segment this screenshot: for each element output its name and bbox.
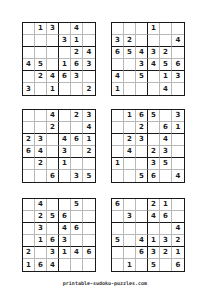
cell-r2c6: 4 — [83, 122, 95, 134]
cell-r6c5: 3 — [71, 170, 83, 182]
cell-r6c2 — [35, 83, 47, 95]
cell-r6c1: 3 — [23, 83, 35, 95]
cell-r4c6: 2 — [172, 235, 184, 247]
cell-r2c6: 1 — [172, 122, 184, 134]
cell-r3c5: 2 — [71, 47, 83, 59]
cell-r1c4: 1 — [148, 23, 160, 35]
cell-r1c1 — [112, 110, 124, 122]
grid-row-3: 4525634616323146164 6213464541326321156 — [22, 198, 185, 272]
cell-r4c5: 6 — [71, 59, 83, 71]
cell-r5c3: 6 — [136, 247, 148, 259]
cell-r1c4 — [59, 199, 71, 211]
cell-r4c6 — [83, 235, 95, 247]
cell-r2c2: 2 — [124, 35, 136, 47]
cell-r4c6: 6 — [172, 59, 184, 71]
cell-r3c1 — [112, 223, 124, 235]
cell-r3c6 — [83, 223, 95, 235]
cell-r5c3: 4 — [47, 71, 59, 83]
cell-r6c2 — [124, 170, 136, 182]
cell-r6c3 — [136, 83, 148, 95]
cell-r2c2 — [124, 122, 136, 134]
cell-r1c3: 3 — [47, 23, 59, 35]
sudoku-board-4: 1653261234423135564 — [111, 109, 185, 183]
cell-r3c4: 4 — [59, 134, 71, 146]
cell-r3c5: 2 — [160, 47, 172, 59]
cell-r1c4 — [59, 23, 71, 35]
cell-r3c2 — [124, 223, 136, 235]
cell-r1c1 — [23, 23, 35, 35]
cell-r2c3: 2 — [47, 122, 59, 134]
cell-r2c5: 1 — [71, 35, 83, 47]
cell-r2c3: 2 — [136, 122, 148, 134]
cell-r1c3 — [47, 199, 59, 211]
puzzle-grid-area: 1343124451632463312 1324654323456451314 … — [22, 22, 185, 272]
cell-r2c1 — [112, 211, 124, 223]
cell-r6c4 — [59, 170, 71, 182]
cell-r1c5: 2 — [71, 110, 83, 122]
cell-r3c1: 6 — [112, 47, 124, 59]
cell-r1c6 — [172, 199, 184, 211]
cell-r5c2 — [124, 158, 136, 170]
cell-r6c2: 1 — [124, 259, 136, 271]
cell-r3c4 — [148, 134, 160, 146]
cell-r6c3 — [136, 259, 148, 271]
cell-r3c6 — [172, 134, 184, 146]
cell-r6c4 — [148, 83, 160, 95]
grid-row-2: 4232423461643221635 1653261234423135564 — [22, 109, 185, 183]
cell-r6c3: 5 — [136, 170, 148, 182]
cell-r2c2: 2 — [35, 211, 47, 223]
cell-r3c1 — [23, 223, 35, 235]
cell-r5c4 — [148, 71, 160, 83]
cell-r6c5 — [160, 170, 172, 182]
cell-r1c3: 6 — [136, 110, 148, 122]
cell-r5c6 — [83, 158, 95, 170]
cell-r4c5 — [71, 146, 83, 158]
cell-r2c3 — [136, 211, 148, 223]
cell-r1c3 — [136, 199, 148, 211]
cell-r1c4: 5 — [148, 110, 160, 122]
cell-r3c6: 4 — [83, 47, 95, 59]
cell-r6c6: 2 — [83, 83, 95, 95]
cell-r1c1: 6 — [112, 199, 124, 211]
cell-r4c4: 4 — [148, 59, 160, 71]
cell-r2c4 — [59, 122, 71, 134]
sudoku-board-6: 6213464541326321156 — [111, 198, 185, 272]
cell-r1c6: 3 — [172, 110, 184, 122]
cell-r6c5 — [71, 83, 83, 95]
cell-r5c3 — [136, 158, 148, 170]
cell-r6c6: 6 — [172, 259, 184, 271]
cell-r1c4 — [59, 110, 71, 122]
cell-r5c3: 5 — [136, 71, 148, 83]
cell-r5c1 — [23, 158, 35, 170]
cell-r4c3 — [47, 59, 59, 71]
cell-r6c1: 1 — [23, 259, 35, 271]
cell-r5c5: 5 — [160, 158, 172, 170]
cell-r6c2 — [35, 170, 47, 182]
cell-r5c4: 1 — [59, 247, 71, 259]
cell-r5c2 — [124, 247, 136, 259]
cell-r1c2: 1 — [124, 110, 136, 122]
cell-r5c5 — [71, 158, 83, 170]
cell-r3c3 — [136, 223, 148, 235]
cell-r1c3 — [136, 23, 148, 35]
cell-r5c1 — [112, 247, 124, 259]
cell-r3c4: 3 — [148, 47, 160, 59]
cell-r6c5 — [71, 259, 83, 271]
cell-r2c1 — [23, 35, 35, 47]
cell-r3c2 — [35, 47, 47, 59]
cell-r6c3: 1 — [47, 83, 59, 95]
cell-r4c1 — [112, 146, 124, 158]
cell-r4c4: 2 — [148, 146, 160, 158]
cell-r6c1 — [112, 259, 124, 271]
cell-r4c5: 3 — [160, 146, 172, 158]
cell-r6c6 — [83, 259, 95, 271]
cell-r4c1 — [23, 235, 35, 247]
cell-r2c6 — [83, 35, 95, 47]
cell-r2c3 — [47, 35, 59, 47]
cell-r2c2 — [35, 35, 47, 47]
cell-r5c5: 3 — [71, 71, 83, 83]
cell-r3c2: 3 — [35, 134, 47, 146]
cell-r5c1: 4 — [112, 71, 124, 83]
cell-r1c6 — [172, 23, 184, 35]
cell-r3c4 — [148, 223, 160, 235]
cell-r4c4: 3 — [59, 146, 71, 158]
grid-row-1: 1343124451632463312 1324654323456451314 — [22, 22, 185, 96]
cell-r5c4: 1 — [59, 158, 71, 170]
cell-r3c1: 2 — [23, 134, 35, 146]
cell-r2c1 — [23, 211, 35, 223]
site-url-text: printable-sudoku-puzzles.com — [0, 280, 210, 286]
sudoku-board-5: 4525634616323146164 — [22, 198, 96, 272]
sudoku-board-2: 1324654323456451314 — [111, 22, 185, 96]
cell-r4c3: 3 — [136, 59, 148, 71]
cell-r2c5: 6 — [160, 122, 172, 134]
cell-r6c4: 5 — [148, 259, 160, 271]
cell-r2c6 — [172, 211, 184, 223]
cell-r3c2: 2 — [124, 134, 136, 146]
cell-r2c6 — [83, 211, 95, 223]
cell-r6c3: 4 — [47, 259, 59, 271]
cell-r4c6 — [172, 146, 184, 158]
cell-r4c5 — [71, 235, 83, 247]
cell-r2c4 — [148, 122, 160, 134]
cell-r4c5: 3 — [160, 235, 172, 247]
cell-r2c2 — [35, 122, 47, 134]
cell-r5c4: 3 — [148, 247, 160, 259]
cell-r5c6: 1 — [172, 247, 184, 259]
cell-r4c3 — [136, 146, 148, 158]
cell-r5c3 — [47, 158, 59, 170]
cell-r1c6 — [83, 199, 95, 211]
cell-r4c3: 6 — [47, 235, 59, 247]
cell-r4c1: 5 — [112, 235, 124, 247]
cell-r5c5: 1 — [160, 71, 172, 83]
cell-r4c4: 3 — [59, 235, 71, 247]
cell-r5c6: 6 — [83, 247, 95, 259]
cell-r3c3 — [47, 223, 59, 235]
cell-r4c1 — [112, 59, 124, 71]
cell-r2c6: 4 — [172, 35, 184, 47]
cell-r2c3: 5 — [47, 211, 59, 223]
cell-r3c5: 6 — [71, 134, 83, 146]
cell-r1c2 — [124, 199, 136, 211]
cell-r5c4: 6 — [59, 71, 71, 83]
cell-r5c6: 3 — [172, 71, 184, 83]
cell-r4c6: 3 — [83, 59, 95, 71]
cell-r3c5 — [160, 223, 172, 235]
cell-r3c2: 3 — [35, 223, 47, 235]
cell-r3c6: 4 — [172, 223, 184, 235]
cell-r5c1: 2 — [23, 247, 35, 259]
cell-r6c4 — [59, 259, 71, 271]
cell-r4c4: 1 — [148, 235, 160, 247]
cell-r5c1 — [23, 71, 35, 83]
cell-r2c5 — [71, 122, 83, 134]
cell-r4c6: 2 — [83, 146, 95, 158]
cell-r2c4 — [148, 35, 160, 47]
cell-r6c1 — [23, 170, 35, 182]
cell-r4c1: 6 — [23, 146, 35, 158]
cell-r5c2: 2 — [35, 71, 47, 83]
cell-r1c2: 1 — [35, 23, 47, 35]
cell-r1c6 — [83, 23, 95, 35]
cell-r3c4 — [59, 47, 71, 59]
cell-r5c4: 3 — [148, 158, 160, 170]
cell-r5c1: 1 — [112, 158, 124, 170]
cell-r5c5: 4 — [71, 247, 83, 259]
cell-r6c6: 4 — [172, 170, 184, 182]
cell-r4c2 — [124, 59, 136, 71]
cell-r2c4: 3 — [59, 35, 71, 47]
cell-r3c3: 4 — [136, 47, 148, 59]
cell-r1c5 — [160, 110, 172, 122]
cell-r3c1 — [23, 47, 35, 59]
cell-r4c2: 4 — [124, 146, 136, 158]
cell-r6c3: 6 — [47, 170, 59, 182]
cell-r6c5: 4 — [160, 83, 172, 95]
cell-r5c6 — [172, 158, 184, 170]
cell-r3c3 — [47, 47, 59, 59]
cell-r5c6 — [83, 71, 95, 83]
cell-r2c1 — [112, 122, 124, 134]
cell-r1c2 — [124, 23, 136, 35]
cell-r3c6: 1 — [83, 134, 95, 146]
cell-r2c3 — [136, 35, 148, 47]
cell-r4c2: 5 — [35, 59, 47, 71]
cell-r6c4 — [59, 83, 71, 95]
cell-r6c4: 6 — [148, 170, 160, 182]
cell-r1c4: 2 — [148, 199, 160, 211]
cell-r3c4: 4 — [59, 223, 71, 235]
cell-r2c5 — [160, 35, 172, 47]
cell-r4c3: 4 — [136, 235, 148, 247]
cell-r1c5: 1 — [160, 199, 172, 211]
cell-r1c1 — [112, 23, 124, 35]
cell-r4c5: 5 — [160, 59, 172, 71]
cell-r5c2 — [35, 247, 47, 259]
cell-r4c1: 4 — [23, 59, 35, 71]
cell-r2c1: 3 — [112, 35, 124, 47]
cell-r4c3 — [47, 146, 59, 158]
cell-r4c2: 4 — [35, 146, 47, 158]
cell-r3c1 — [112, 134, 124, 146]
cell-r3c6 — [172, 47, 184, 59]
cell-r3c5: 4 — [160, 134, 172, 146]
cell-r2c1 — [23, 122, 35, 134]
cell-r5c3: 3 — [47, 247, 59, 259]
cell-r6c2: 6 — [35, 259, 47, 271]
sudoku-board-1: 1343124451632463312 — [22, 22, 96, 96]
cell-r1c2 — [35, 110, 47, 122]
cell-r2c2: 3 — [124, 211, 136, 223]
cell-r5c5: 2 — [160, 247, 172, 259]
cell-r4c2 — [124, 235, 136, 247]
cell-r1c5 — [160, 23, 172, 35]
cell-r6c6 — [172, 83, 184, 95]
cell-r1c2: 4 — [35, 199, 47, 211]
cell-r6c5 — [160, 259, 172, 271]
cell-r1c1 — [23, 110, 35, 122]
cell-r6c1: 1 — [112, 83, 124, 95]
sudoku-board-3: 4232423461643221635 — [22, 109, 96, 183]
sudoku-worksheet-page: 1343124451632463312 1324654323456451314 … — [0, 0, 210, 297]
cell-r1c5: 4 — [71, 23, 83, 35]
cell-r3c5: 6 — [71, 223, 83, 235]
cell-r6c2 — [124, 83, 136, 95]
cell-r1c5: 5 — [71, 199, 83, 211]
cell-r5c2 — [124, 71, 136, 83]
cell-r1c3: 4 — [47, 110, 59, 122]
cell-r3c2: 5 — [124, 47, 136, 59]
cell-r4c4: 1 — [59, 59, 71, 71]
cell-r2c4: 4 — [148, 211, 160, 223]
cell-r3c3 — [47, 134, 59, 146]
cell-r6c6: 5 — [83, 170, 95, 182]
cell-r5c2: 2 — [35, 158, 47, 170]
cell-r2c5: 6 — [160, 211, 172, 223]
cell-r4c2: 1 — [35, 235, 47, 247]
cell-r2c4: 6 — [59, 211, 71, 223]
cell-r1c1 — [23, 199, 35, 211]
cell-r3c3: 3 — [136, 134, 148, 146]
cell-r6c1 — [112, 170, 124, 182]
cell-r2c5 — [71, 211, 83, 223]
cell-r1c6: 3 — [83, 110, 95, 122]
